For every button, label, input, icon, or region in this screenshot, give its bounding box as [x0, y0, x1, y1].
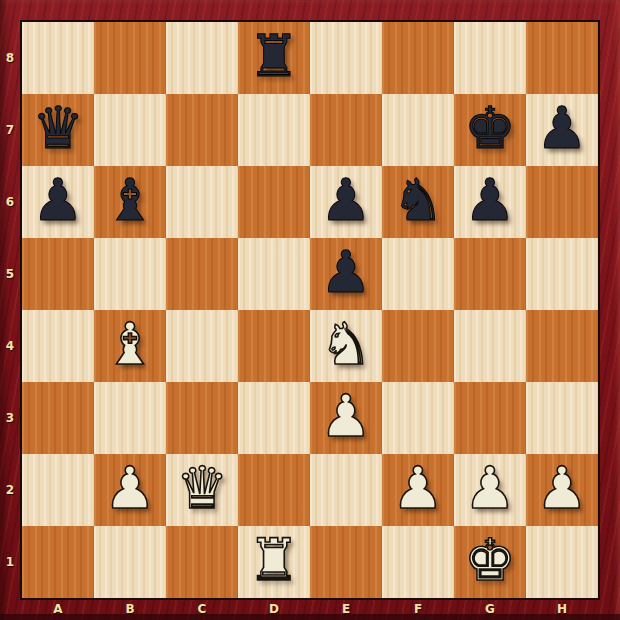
square-h4[interactable]	[526, 310, 598, 382]
file-label-g: G	[454, 598, 526, 619]
white-pawn-h2[interactable]: ♟	[536, 459, 588, 517]
black-pawn-g6[interactable]: ♟	[464, 171, 516, 229]
square-d1[interactable]: ♜	[238, 526, 310, 598]
square-c1[interactable]	[166, 526, 238, 598]
square-e6[interactable]: ♟	[310, 166, 382, 238]
square-c7[interactable]	[166, 94, 238, 166]
file-label-e: E	[310, 598, 382, 619]
black-pawn-e5[interactable]: ♟	[320, 243, 372, 301]
square-d5[interactable]	[238, 238, 310, 310]
square-d3[interactable]	[238, 382, 310, 454]
square-f6[interactable]: ♞	[382, 166, 454, 238]
square-g4[interactable]	[454, 310, 526, 382]
square-a2[interactable]	[22, 454, 94, 526]
square-f7[interactable]	[382, 94, 454, 166]
square-g1[interactable]: ♚	[454, 526, 526, 598]
square-b1[interactable]	[94, 526, 166, 598]
square-b3[interactable]	[94, 382, 166, 454]
square-a7[interactable]: ♛	[22, 94, 94, 166]
chess-board-frame: 87654321 ♜♛♚♟♟♝♟♞♟♟♝♞♟♟♛♟♟♟♜♚ ABCDEFGH	[0, 0, 620, 620]
square-g2[interactable]: ♟	[454, 454, 526, 526]
square-d2[interactable]	[238, 454, 310, 526]
square-h7[interactable]: ♟	[526, 94, 598, 166]
square-d6[interactable]	[238, 166, 310, 238]
rank-label-2: 2	[0, 454, 20, 526]
white-bishop-b4[interactable]: ♝	[104, 315, 156, 373]
square-e2[interactable]	[310, 454, 382, 526]
square-c6[interactable]	[166, 166, 238, 238]
square-f4[interactable]	[382, 310, 454, 382]
square-a1[interactable]	[22, 526, 94, 598]
square-h8[interactable]	[526, 22, 598, 94]
file-label-b: B	[94, 598, 166, 619]
square-a5[interactable]	[22, 238, 94, 310]
square-b5[interactable]	[94, 238, 166, 310]
square-d8[interactable]: ♜	[238, 22, 310, 94]
black-bishop-b6[interactable]: ♝	[104, 171, 156, 229]
square-h3[interactable]	[526, 382, 598, 454]
file-label-f: F	[382, 598, 454, 619]
square-h1[interactable]	[526, 526, 598, 598]
square-e3[interactable]: ♟	[310, 382, 382, 454]
square-c2[interactable]: ♛	[166, 454, 238, 526]
rank-label-4: 4	[0, 310, 20, 382]
square-b4[interactable]: ♝	[94, 310, 166, 382]
rank-labels: 87654321	[0, 22, 20, 598]
white-knight-e4[interactable]: ♞	[320, 315, 372, 373]
rank-label-6: 6	[0, 166, 20, 238]
square-c5[interactable]	[166, 238, 238, 310]
square-d7[interactable]	[238, 94, 310, 166]
square-g6[interactable]: ♟	[454, 166, 526, 238]
rank-label-1: 1	[0, 526, 20, 598]
rank-label-3: 3	[0, 382, 20, 454]
file-label-c: C	[166, 598, 238, 619]
square-a6[interactable]: ♟	[22, 166, 94, 238]
chess-board: ♜♛♚♟♟♝♟♞♟♟♝♞♟♟♛♟♟♟♜♚	[20, 20, 600, 600]
square-e4[interactable]: ♞	[310, 310, 382, 382]
white-pawn-b2[interactable]: ♟	[104, 459, 156, 517]
rank-label-5: 5	[0, 238, 20, 310]
white-queen-c2[interactable]: ♛	[176, 459, 228, 517]
square-a4[interactable]	[22, 310, 94, 382]
white-pawn-g2[interactable]: ♟	[464, 459, 516, 517]
black-king-g7[interactable]: ♚	[464, 99, 516, 157]
square-b8[interactable]	[94, 22, 166, 94]
square-e8[interactable]	[310, 22, 382, 94]
file-labels: ABCDEFGH	[22, 598, 598, 619]
square-d4[interactable]	[238, 310, 310, 382]
black-pawn-h7[interactable]: ♟	[536, 99, 588, 157]
black-pawn-a6[interactable]: ♟	[32, 171, 84, 229]
square-c4[interactable]	[166, 310, 238, 382]
square-f5[interactable]	[382, 238, 454, 310]
square-f3[interactable]	[382, 382, 454, 454]
square-c3[interactable]	[166, 382, 238, 454]
square-e1[interactable]	[310, 526, 382, 598]
square-e7[interactable]	[310, 94, 382, 166]
square-b6[interactable]: ♝	[94, 166, 166, 238]
black-pawn-e6[interactable]: ♟	[320, 171, 372, 229]
square-h6[interactable]	[526, 166, 598, 238]
square-c8[interactable]	[166, 22, 238, 94]
white-pawn-e3[interactable]: ♟	[320, 387, 372, 445]
black-knight-f6[interactable]: ♞	[392, 171, 444, 229]
black-queen-a7[interactable]: ♛	[32, 99, 84, 157]
square-e5[interactable]: ♟	[310, 238, 382, 310]
square-g5[interactable]	[454, 238, 526, 310]
square-h5[interactable]	[526, 238, 598, 310]
file-label-h: H	[526, 598, 598, 619]
square-h2[interactable]: ♟	[526, 454, 598, 526]
white-pawn-f2[interactable]: ♟	[392, 459, 444, 517]
square-g8[interactable]	[454, 22, 526, 94]
square-g7[interactable]: ♚	[454, 94, 526, 166]
rank-label-8: 8	[0, 22, 20, 94]
file-label-d: D	[238, 598, 310, 619]
square-g3[interactable]	[454, 382, 526, 454]
square-a8[interactable]	[22, 22, 94, 94]
square-a3[interactable]	[22, 382, 94, 454]
square-b2[interactable]: ♟	[94, 454, 166, 526]
square-f1[interactable]	[382, 526, 454, 598]
file-label-a: A	[22, 598, 94, 619]
rank-label-7: 7	[0, 94, 20, 166]
board-grid: ♜♛♚♟♟♝♟♞♟♟♝♞♟♟♛♟♟♟♜♚	[22, 22, 598, 598]
black-rook-d8[interactable]: ♜	[248, 27, 300, 85]
square-b7[interactable]	[94, 94, 166, 166]
square-f8[interactable]	[382, 22, 454, 94]
white-rook-d1[interactable]: ♜	[248, 531, 300, 589]
square-f2[interactable]: ♟	[382, 454, 454, 526]
white-king-g1[interactable]: ♚	[464, 531, 516, 589]
